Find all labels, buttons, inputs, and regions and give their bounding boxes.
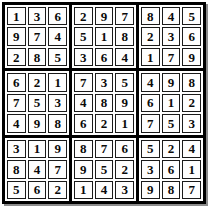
- cell-r8c1[interactable]: 8: [7, 160, 26, 178]
- cell-r3c9[interactable]: 9: [182, 48, 201, 66]
- cell-r3c2[interactable]: 8: [28, 48, 47, 66]
- cell-r8c7[interactable]: 3: [141, 160, 160, 178]
- cell-r1c3[interactable]: 6: [48, 7, 67, 25]
- cell-r7c2[interactable]: 1: [28, 140, 47, 158]
- cell-r3c1[interactable]: 2: [7, 48, 26, 66]
- cell-r5c2[interactable]: 5: [28, 94, 47, 112]
- cell-r8c5[interactable]: 5: [95, 160, 114, 178]
- cell-r9c4[interactable]: 1: [74, 181, 93, 199]
- cell-r9c3[interactable]: 2: [48, 181, 67, 199]
- cell-r9c2[interactable]: 6: [28, 181, 47, 199]
- cell-r2c4[interactable]: 5: [74, 27, 93, 45]
- cell-r4c2[interactable]: 2: [28, 73, 47, 91]
- cell-r2c3[interactable]: 4: [48, 27, 67, 45]
- cell-r1c8[interactable]: 4: [162, 7, 181, 25]
- cell-r3c6[interactable]: 4: [115, 48, 134, 66]
- cell-r1c4[interactable]: 2: [74, 7, 93, 25]
- cell-r5c8[interactable]: 1: [162, 94, 181, 112]
- box-3: 845236179: [139, 5, 203, 68]
- cell-r4c3[interactable]: 1: [48, 73, 67, 91]
- sudoku-board: 1369742852975183648452361796217534987354…: [2, 2, 206, 204]
- cell-r1c6[interactable]: 7: [115, 7, 134, 25]
- cell-r7c5[interactable]: 7: [95, 140, 114, 158]
- cell-r5c3[interactable]: 3: [48, 94, 67, 112]
- cell-r9c5[interactable]: 4: [95, 181, 114, 199]
- cell-r4c5[interactable]: 3: [95, 73, 114, 91]
- cell-r6c2[interactable]: 9: [28, 114, 47, 132]
- cell-r2c1[interactable]: 9: [7, 27, 26, 45]
- cell-r5c6[interactable]: 9: [115, 94, 134, 112]
- box-2: 297518364: [72, 5, 136, 68]
- cell-r4c1[interactable]: 6: [7, 73, 26, 91]
- cell-r2c8[interactable]: 3: [162, 27, 181, 45]
- box-8: 876952143: [72, 138, 136, 201]
- cell-r7c8[interactable]: 2: [162, 140, 181, 158]
- cell-r5c7[interactable]: 6: [141, 94, 160, 112]
- cell-r6c8[interactable]: 5: [162, 114, 181, 132]
- cell-r8c9[interactable]: 1: [182, 160, 201, 178]
- cell-r4c7[interactable]: 4: [141, 73, 160, 91]
- cell-r1c2[interactable]: 3: [28, 7, 47, 25]
- cell-r7c4[interactable]: 8: [74, 140, 93, 158]
- cell-r1c1[interactable]: 1: [7, 7, 26, 25]
- cell-r2c6[interactable]: 8: [115, 27, 134, 45]
- cell-r3c5[interactable]: 6: [95, 48, 114, 66]
- box-5: 735489621: [72, 71, 136, 134]
- cell-r9c9[interactable]: 7: [182, 181, 201, 199]
- cell-r7c1[interactable]: 3: [7, 140, 26, 158]
- cell-r5c9[interactable]: 2: [182, 94, 201, 112]
- cell-r6c6[interactable]: 1: [115, 114, 134, 132]
- cell-r8c4[interactable]: 9: [74, 160, 93, 178]
- cell-r9c6[interactable]: 3: [115, 181, 134, 199]
- cell-r7c9[interactable]: 4: [182, 140, 201, 158]
- page: 1369742852975183648452361796217534987354…: [0, 0, 210, 208]
- cell-r7c7[interactable]: 5: [141, 140, 160, 158]
- cell-r2c2[interactable]: 7: [28, 27, 47, 45]
- box-9: 524361987: [139, 138, 203, 201]
- cell-r4c6[interactable]: 5: [115, 73, 134, 91]
- cell-r6c3[interactable]: 8: [48, 114, 67, 132]
- cell-r5c4[interactable]: 4: [74, 94, 93, 112]
- cell-r6c7[interactable]: 7: [141, 114, 160, 132]
- cell-r6c9[interactable]: 3: [182, 114, 201, 132]
- cell-r7c3[interactable]: 9: [48, 140, 67, 158]
- cell-r9c8[interactable]: 8: [162, 181, 181, 199]
- cell-r2c7[interactable]: 2: [141, 27, 160, 45]
- cell-r9c7[interactable]: 9: [141, 181, 160, 199]
- box-4: 621753498: [5, 71, 69, 134]
- cell-r1c7[interactable]: 8: [141, 7, 160, 25]
- cell-r3c7[interactable]: 1: [141, 48, 160, 66]
- cell-r3c8[interactable]: 7: [162, 48, 181, 66]
- cell-r4c4[interactable]: 7: [74, 73, 93, 91]
- cell-r9c1[interactable]: 5: [7, 181, 26, 199]
- cell-r8c8[interactable]: 6: [162, 160, 181, 178]
- cell-r1c5[interactable]: 9: [95, 7, 114, 25]
- cell-r4c8[interactable]: 9: [162, 73, 181, 91]
- cell-r8c6[interactable]: 2: [115, 160, 134, 178]
- box-6: 498612753: [139, 71, 203, 134]
- cell-r2c9[interactable]: 6: [182, 27, 201, 45]
- cell-r5c1[interactable]: 7: [7, 94, 26, 112]
- box-7: 319847562: [5, 138, 69, 201]
- cell-r5c5[interactable]: 8: [95, 94, 114, 112]
- cell-r7c6[interactable]: 6: [115, 140, 134, 158]
- cell-r3c3[interactable]: 5: [48, 48, 67, 66]
- cell-r6c5[interactable]: 2: [95, 114, 114, 132]
- cell-r6c4[interactable]: 6: [74, 114, 93, 132]
- cell-r8c3[interactable]: 7: [48, 160, 67, 178]
- cell-r1c9[interactable]: 5: [182, 7, 201, 25]
- cell-r6c1[interactable]: 4: [7, 114, 26, 132]
- cell-r2c5[interactable]: 1: [95, 27, 114, 45]
- cell-r4c9[interactable]: 8: [182, 73, 201, 91]
- cell-r8c2[interactable]: 4: [28, 160, 47, 178]
- cell-r3c4[interactable]: 3: [74, 48, 93, 66]
- box-1: 136974285: [5, 5, 69, 68]
